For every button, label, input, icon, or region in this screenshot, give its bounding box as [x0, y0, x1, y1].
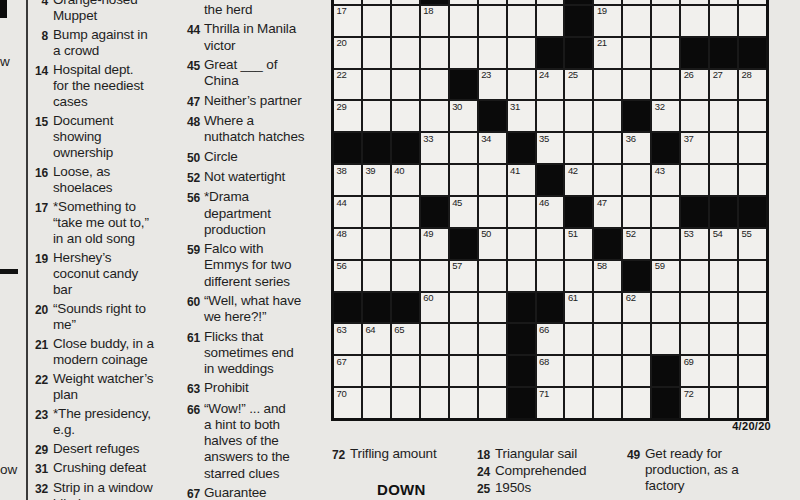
grid-cell-white[interactable]: 22: [334, 70, 361, 100]
cell-number: 54: [713, 229, 723, 239]
clue-number: 14: [28, 62, 48, 111]
cell-number: 62: [626, 293, 636, 303]
grid-cell-white[interactable]: [421, 165, 448, 195]
grid-cell-white[interactable]: [710, 6, 737, 36]
grid-cell-white[interactable]: [479, 165, 506, 195]
grid-cell-white[interactable]: [450, 356, 477, 386]
grid-cell-white[interactable]: 72: [681, 388, 708, 418]
grid-cell-white[interactable]: [623, 0, 650, 4]
grid-cell-white[interactable]: 60: [421, 293, 448, 323]
grid-cell-white[interactable]: 52: [623, 229, 650, 259]
cell-number: 56: [337, 261, 347, 271]
grid-cell-white[interactable]: [565, 261, 592, 291]
grid-cell-white[interactable]: 28: [739, 70, 766, 100]
clues-below-grid-middle: 18Triangular sail24Comprehended251950s: [470, 446, 600, 498]
grid-cell-white[interactable]: 31: [508, 101, 535, 131]
cell-number: 57: [452, 261, 462, 271]
grid-cell-black: [710, 197, 737, 227]
clue-item: 59Falco withEmmys for twodifferent serie…: [178, 241, 326, 290]
grid-cell-white[interactable]: 20: [334, 38, 361, 68]
cell-number: 53: [684, 229, 694, 239]
grid-cell-white[interactable]: [392, 261, 419, 291]
grid-cell-white[interactable]: [363, 388, 390, 418]
grid-cell-white[interactable]: [508, 70, 535, 100]
cell-number: 25: [568, 70, 578, 80]
grid-cell-white[interactable]: 66: [537, 324, 564, 354]
clue-item: 50Circle: [178, 149, 326, 166]
clue-item: 24Comprehended: [470, 463, 600, 480]
clue-item: 48Where anuthatch hatches: [178, 113, 326, 145]
grid-cell-white[interactable]: [594, 388, 621, 418]
clue-number: 72: [325, 446, 345, 463]
clue-number: 25: [470, 480, 490, 497]
grid-cell-white[interactable]: [363, 38, 390, 68]
grid-cell-white[interactable]: [565, 324, 592, 354]
clue-item: 31Crushing defeat: [28, 460, 178, 477]
clue-item: 23*The presidency,e.g.: [28, 406, 178, 438]
cell-number: 72: [684, 389, 694, 399]
grid-cell-white[interactable]: [623, 6, 650, 36]
grid-cell-white[interactable]: 64: [363, 324, 390, 354]
grid-cell-white[interactable]: [565, 388, 592, 418]
grid-cell-white[interactable]: [652, 38, 679, 68]
clue-item: 56*Dramadepartmentproduction: [178, 189, 326, 238]
clue-number: 47: [178, 93, 200, 110]
cut-text-fragment-bottom: ow: [0, 462, 17, 478]
grid-cell-white[interactable]: 32: [652, 101, 679, 131]
grid-cell-white[interactable]: 27: [710, 70, 737, 100]
grid-cell-white[interactable]: [392, 197, 419, 227]
clue-number: 56: [178, 189, 200, 238]
grid-cell-white[interactable]: [392, 229, 419, 259]
grid-cell-white[interactable]: 44: [334, 197, 361, 227]
grid-cell-white[interactable]: 55: [739, 229, 766, 259]
clue-item: 60“Well, what havewe here?!”: [178, 293, 326, 325]
cell-number: 29: [337, 102, 347, 112]
grid-cell-white[interactable]: [508, 0, 535, 4]
cell-number: 70: [337, 389, 347, 399]
grid-cell-white[interactable]: [681, 293, 708, 323]
clue-text: Get ready forproduction, as afactory: [645, 446, 739, 495]
grid-cell-black: [594, 229, 621, 259]
grid-cell-white[interactable]: [508, 38, 535, 68]
grid-cell-white[interactable]: 26: [681, 70, 708, 100]
grid-cell-white[interactable]: [479, 356, 506, 386]
grid-cell-black: [334, 133, 361, 163]
grid-cell-white[interactable]: [450, 0, 477, 4]
grid-cell-white[interactable]: 71: [537, 388, 564, 418]
cell-number: 26: [684, 70, 694, 80]
grid-cell-black: [652, 356, 679, 386]
clue-number: 31: [28, 460, 48, 477]
grid-cell-white[interactable]: 42: [565, 165, 592, 195]
down-heading: DOWN: [377, 481, 455, 498]
grid-cell-white[interactable]: [710, 388, 737, 418]
grid-cell-white[interactable]: [623, 356, 650, 386]
grid-cell-white[interactable]: [363, 229, 390, 259]
clue-number: 15: [28, 113, 48, 162]
cell-number: 23: [481, 70, 491, 80]
clue-text: Crushing defeat: [53, 460, 174, 477]
grid-cell-white[interactable]: 38: [334, 165, 361, 195]
clue-number: 21: [28, 336, 48, 368]
grid-cell-white[interactable]: [508, 261, 535, 291]
clue-text: Hershey’scoconut candybar: [53, 250, 174, 299]
cell-number: 67: [337, 357, 347, 367]
grid-cell-white[interactable]: [450, 165, 477, 195]
grid-cell-white[interactable]: [363, 356, 390, 386]
grid-cell-black: [565, 38, 592, 68]
grid-cell-white[interactable]: [623, 38, 650, 68]
clue-number: 63: [178, 380, 200, 397]
grid-cell-white[interactable]: 18: [421, 6, 448, 36]
grid-cell-white[interactable]: [681, 261, 708, 291]
grid-cell-white[interactable]: [739, 356, 766, 386]
grid-cell-black: [739, 38, 766, 68]
cell-number: 48: [337, 229, 347, 239]
cell-number: 64: [365, 325, 375, 335]
cell-number: 39: [365, 166, 375, 176]
cell-number: 21: [597, 38, 607, 48]
grid-cell-black: [537, 165, 564, 195]
grid-cell-white[interactable]: [739, 293, 766, 323]
grid-cell-white[interactable]: [739, 261, 766, 291]
grid-cell-white[interactable]: [681, 6, 708, 36]
grid-cell-black: [565, 6, 592, 36]
grid-cell-white[interactable]: [652, 197, 679, 227]
grid-cell-white[interactable]: [450, 324, 477, 354]
grid-cell-white[interactable]: [508, 6, 535, 36]
clue-text: *Dramadepartmentproduction: [204, 189, 324, 238]
grid-cell-white[interactable]: 50: [479, 229, 506, 259]
grid-cell-white[interactable]: [565, 133, 592, 163]
grid-cell-white[interactable]: [594, 101, 621, 131]
grid-cell-white[interactable]: 69: [681, 356, 708, 386]
grid-cell-white[interactable]: [421, 324, 448, 354]
grid-cell-black: [450, 70, 477, 100]
clue-item: 32Strip in a windowblind: [28, 480, 178, 500]
grid-cell-white[interactable]: 48: [334, 229, 361, 259]
clue-number: 66: [178, 401, 200, 482]
cell-number: 38: [337, 166, 347, 176]
grid-cell-white[interactable]: [479, 324, 506, 354]
clue-number: 48: [178, 113, 200, 145]
grid-cell-white[interactable]: [450, 388, 477, 418]
cell-number: 55: [742, 229, 752, 239]
grid-cell-white[interactable]: [623, 165, 650, 195]
grid-cell-white[interactable]: [392, 356, 419, 386]
grid-cell-white[interactable]: [710, 261, 737, 291]
grid-cell-white[interactable]: 51: [565, 229, 592, 259]
clue-number: 29: [28, 441, 48, 458]
clue-number: 22: [28, 371, 48, 403]
cut-rule-fragment: [0, 269, 18, 274]
grid-cell-black: [710, 38, 737, 68]
grid-cell-white[interactable]: [710, 293, 737, 323]
grid-cell-white[interactable]: [363, 261, 390, 291]
clue-item: 17*Something to“take me out to,”in an ol…: [28, 199, 178, 248]
grid-cell-white[interactable]: [479, 293, 506, 323]
grid-cell-white[interactable]: [363, 197, 390, 227]
grid-cell-white[interactable]: [392, 6, 419, 36]
clue-number: 59: [178, 241, 200, 290]
grid-cell-white[interactable]: [594, 70, 621, 100]
grid-cell-white[interactable]: 36: [623, 133, 650, 163]
clue-item: 49Get ready forproduction, as afactory: [620, 446, 760, 495]
cell-number: 49: [423, 229, 433, 239]
grid-cell-white[interactable]: [681, 165, 708, 195]
grid-cell-white[interactable]: 45: [450, 197, 477, 227]
grid-cell-white[interactable]: 25: [565, 70, 592, 100]
grid-cell-white[interactable]: 59: [652, 261, 679, 291]
grid-cell-white[interactable]: [479, 6, 506, 36]
grid-cell-white[interactable]: [565, 101, 592, 131]
grid-cell-white[interactable]: [739, 133, 766, 163]
grid-cell-white[interactable]: [392, 0, 419, 4]
grid-cell-white[interactable]: [739, 324, 766, 354]
grid-cell-white[interactable]: [594, 293, 621, 323]
grid-cell-white[interactable]: [710, 101, 737, 131]
clue-text: 1950s: [495, 480, 531, 497]
grid-cell-white[interactable]: [652, 0, 679, 4]
clue-text: Bump against ina crowd: [53, 27, 174, 59]
cell-number: 65: [394, 325, 404, 335]
grid-cell-white[interactable]: [363, 101, 390, 131]
clue-number: 18: [470, 446, 490, 463]
grid-cell-white[interactable]: 41: [508, 165, 535, 195]
grid-cell-white[interactable]: [739, 388, 766, 418]
grid-cell-white[interactable]: [479, 261, 506, 291]
grid-cell-white[interactable]: [652, 324, 679, 354]
grid-cell-white[interactable]: [421, 101, 448, 131]
clue-text: Prohibit: [204, 380, 324, 397]
clue-text: Neither’s partner: [204, 93, 324, 110]
grid-cell-white[interactable]: 19: [594, 6, 621, 36]
grid-cell-white[interactable]: [739, 0, 766, 4]
grid-cell-white[interactable]: [681, 101, 708, 131]
grid-cell-white[interactable]: [594, 165, 621, 195]
grid-cell-white[interactable]: [421, 356, 448, 386]
grid-cell-white[interactable]: [594, 356, 621, 386]
clue-number: 19: [28, 250, 48, 299]
grid-cell-white[interactable]: 70: [334, 388, 361, 418]
grid-cell-white[interactable]: 35: [537, 133, 564, 163]
grid-cell-white[interactable]: 68: [537, 356, 564, 386]
grid-cell-white[interactable]: [681, 324, 708, 354]
grid-cell-white[interactable]: 30: [450, 101, 477, 131]
clue-item: 4Orange-nosedMuppet: [28, 0, 178, 24]
grid-cell-white[interactable]: [623, 70, 650, 100]
grid-cell-white[interactable]: [479, 388, 506, 418]
grid-cell-white[interactable]: [392, 101, 419, 131]
clue-item: 19Hershey’scoconut candybar: [28, 250, 178, 299]
cell-number: 42: [568, 166, 578, 176]
grid-cell-white[interactable]: 58: [594, 261, 621, 291]
grid-cell-white[interactable]: [421, 70, 448, 100]
grid-cell-black: [681, 38, 708, 68]
cell-number: 63: [337, 325, 347, 335]
grid-cell-white[interactable]: 63: [334, 324, 361, 354]
cell-number: 20: [337, 38, 347, 48]
cell-number: 17: [337, 6, 347, 16]
cell-number: 44: [337, 198, 347, 208]
clue-text: “Sounds right tome”: [53, 301, 174, 333]
grid-cell-white[interactable]: 57: [450, 261, 477, 291]
grid-cell-white[interactable]: [739, 101, 766, 131]
grid-cell-black: [537, 293, 564, 323]
clue-item: 29Desert refuges: [28, 441, 178, 458]
grid-cell-white[interactable]: [450, 293, 477, 323]
grid-cell-white[interactable]: [710, 356, 737, 386]
grid-cell-white[interactable]: [450, 133, 477, 163]
grid-cell-white[interactable]: [392, 388, 419, 418]
clue-number: 60: [178, 293, 200, 325]
grid-cell-white[interactable]: [421, 261, 448, 291]
grid-cell-white[interactable]: [537, 261, 564, 291]
grid-cell-white[interactable]: [450, 6, 477, 36]
grid-cell-white[interactable]: 46: [537, 197, 564, 227]
grid-cell-white[interactable]: 61: [565, 293, 592, 323]
grid-cell-black: [739, 197, 766, 227]
cell-number: 69: [684, 357, 694, 367]
grid-cell-white[interactable]: [681, 0, 708, 4]
clue-number: 32: [28, 480, 48, 500]
grid-cell-white[interactable]: [479, 0, 506, 4]
clue-text: Close buddy, in amodern coinage: [53, 336, 174, 368]
grid-cell-black: [392, 133, 419, 163]
grid-cell-white[interactable]: 53: [681, 229, 708, 259]
grid-cell-white[interactable]: [565, 356, 592, 386]
grid-cell-black: [623, 101, 650, 131]
grid-cell-white[interactable]: [508, 229, 535, 259]
cell-number: 22: [337, 70, 347, 80]
cell-number: 59: [655, 261, 665, 271]
grid-cell-white[interactable]: 24: [537, 70, 564, 100]
grid-cell-white[interactable]: [652, 6, 679, 36]
grid-cell-white[interactable]: [479, 197, 506, 227]
clue-item: 67Guarantee: [178, 485, 326, 500]
grid-cell-white[interactable]: [594, 324, 621, 354]
grid-cell-white[interactable]: [594, 133, 621, 163]
cell-number: 58: [597, 261, 607, 271]
grid-cell-white[interactable]: [479, 38, 506, 68]
grid-cell-white[interactable]: [623, 324, 650, 354]
clue-text: Hospital dept.for the neediestcases: [53, 62, 174, 111]
grid-cell-white[interactable]: [537, 0, 564, 4]
clue-text: Documentshowingownership: [53, 113, 174, 162]
clue-number: [178, 2, 200, 18]
grid-cell-white[interactable]: 67: [334, 356, 361, 386]
grid-cell-white[interactable]: [739, 165, 766, 195]
grid-cell-white[interactable]: 54: [710, 229, 737, 259]
grid-cell-white[interactable]: 37: [681, 133, 708, 163]
cell-number: 41: [510, 166, 520, 176]
grid-cell-white[interactable]: 56: [334, 261, 361, 291]
cut-text-fragment-top: w: [0, 54, 10, 70]
grid-cell-white[interactable]: 17: [334, 6, 361, 36]
clue-item: 52Not watertight: [178, 169, 326, 186]
grid-cell-white[interactable]: [710, 133, 737, 163]
cell-number: 28: [742, 70, 752, 80]
grid-cell-white[interactable]: [623, 197, 650, 227]
grid-cell-black: [363, 293, 390, 323]
grid-cell-white[interactable]: [363, 70, 390, 100]
grid-cell-black: [537, 38, 564, 68]
grid-cell-white[interactable]: [537, 6, 564, 36]
across-clues-column-left: 4Orange-nosedMuppet8Bump against ina cro…: [28, 0, 178, 500]
clue-item: 21Close buddy, in amodern coinage: [28, 336, 178, 368]
grid-cell-white[interactable]: [392, 70, 419, 100]
cell-number: 61: [568, 293, 578, 303]
cut-photo-fragment: [0, 0, 7, 18]
grid-cell-white[interactable]: [537, 101, 564, 131]
cell-number: 35: [539, 134, 549, 144]
grid-cell-white[interactable]: 21: [594, 38, 621, 68]
grid-cell-white[interactable]: [363, 0, 390, 4]
clue-text: Orange-nosedMuppet: [53, 0, 174, 24]
puzzle-date: 4/20/20: [732, 420, 771, 432]
clue-text: Flicks thatsometimes endin weddings: [204, 329, 324, 378]
grid-cell-black: [508, 388, 535, 418]
grid-cell-white[interactable]: [710, 165, 737, 195]
grid-cell-white[interactable]: [450, 38, 477, 68]
grid-cell-white[interactable]: 49: [421, 229, 448, 259]
cell-number: 34: [481, 134, 491, 144]
grid-cell-white[interactable]: [652, 70, 679, 100]
cell-number: 60: [423, 293, 433, 303]
grid-cell-white[interactable]: [652, 229, 679, 259]
grid-cell-white[interactable]: 62: [623, 293, 650, 323]
clue-item: 8Bump against ina crowd: [28, 27, 178, 59]
grid-cell-white[interactable]: 39: [363, 165, 390, 195]
grid-cell-white[interactable]: [421, 38, 448, 68]
grid-cell-white[interactable]: [623, 388, 650, 418]
grid-cell-white[interactable]: [594, 0, 621, 4]
grid-cell-white[interactable]: 34: [479, 133, 506, 163]
grid-cell-white[interactable]: [392, 38, 419, 68]
grid-cell-white[interactable]: 43: [652, 165, 679, 195]
grid-cell-white[interactable]: [710, 0, 737, 4]
grid-cell-white[interactable]: [652, 293, 679, 323]
grid-cell-white[interactable]: 65: [392, 324, 419, 354]
grid-cell-white[interactable]: [363, 6, 390, 36]
cell-number: 51: [568, 229, 578, 239]
cell-number: 50: [481, 229, 491, 239]
grid-cell-white[interactable]: 23: [479, 70, 506, 100]
grid-cell-black: [508, 356, 535, 386]
grid-cell-white[interactable]: [421, 388, 448, 418]
grid-cell-white[interactable]: [334, 0, 361, 4]
cell-number: 45: [452, 198, 462, 208]
clue-text: Not watertight: [204, 169, 324, 186]
grid-cell-white[interactable]: [508, 197, 535, 227]
grid-cell-white[interactable]: 40: [392, 165, 419, 195]
grid-cell-black: [421, 197, 448, 227]
clue-text: “Wow!” ... anda hint to bothhalves of th…: [204, 401, 324, 482]
clue-item: 20“Sounds right tome”: [28, 301, 178, 333]
grid-cell-white[interactable]: 47: [594, 197, 621, 227]
grid-cell-white[interactable]: [537, 229, 564, 259]
grid-cell-white[interactable]: 33: [421, 133, 448, 163]
cell-number: 52: [626, 229, 636, 239]
grid-cell-white[interactable]: [710, 324, 737, 354]
clue-item: 47Neither’s partner: [178, 93, 326, 110]
grid-cell-white[interactable]: [739, 6, 766, 36]
clue-item: 45Great ___ ofChina: [178, 57, 326, 89]
grid-cell-white[interactable]: 29: [334, 101, 361, 131]
clue-text: Triangular sail: [495, 446, 577, 463]
grid-cell-black: [681, 197, 708, 227]
